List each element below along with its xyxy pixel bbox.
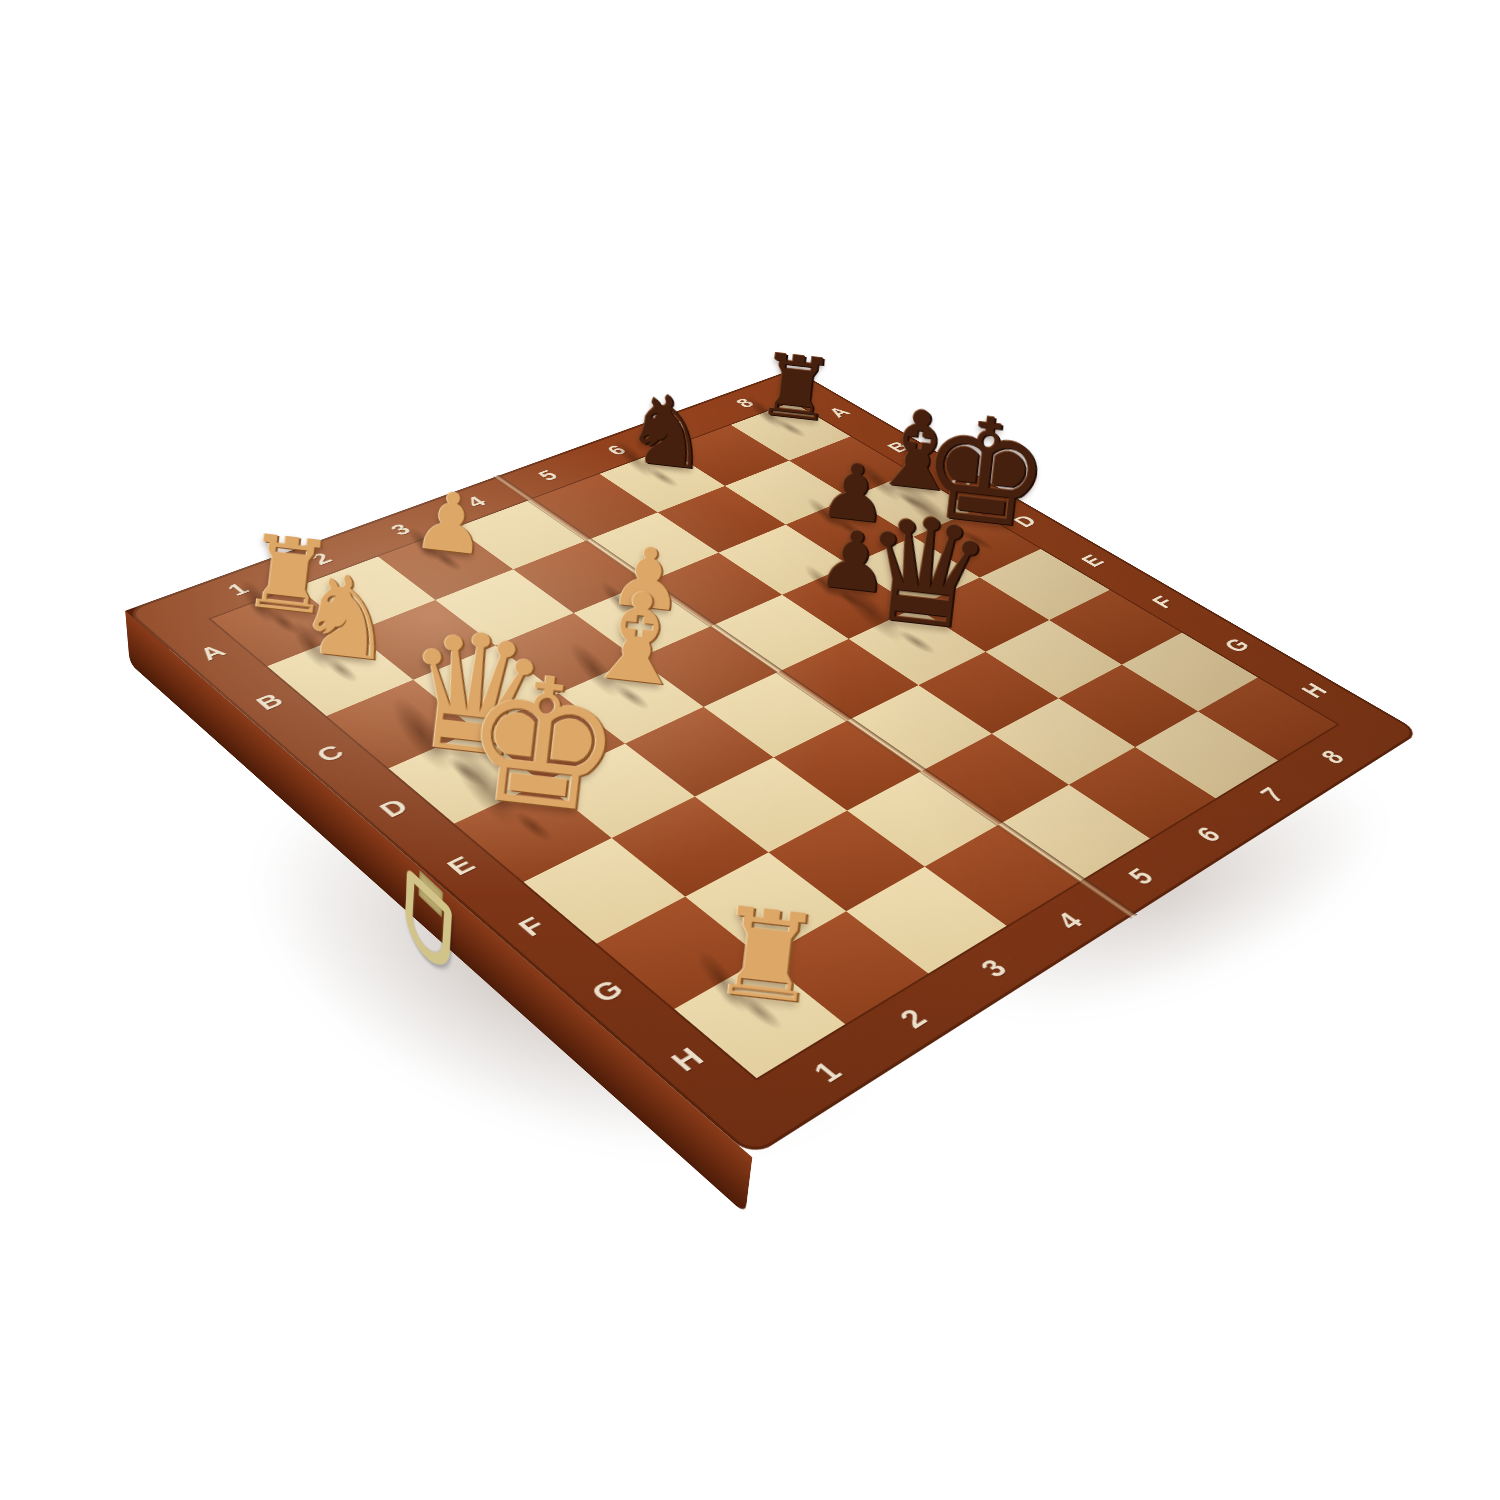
square-g5[interactable] — [921, 734, 1068, 825]
square-h6[interactable] — [1069, 747, 1216, 838]
piece-white-knight-b1[interactable]: ♞ — [285, 552, 409, 679]
square-f3[interactable] — [695, 757, 847, 852]
square-g4[interactable] — [847, 771, 999, 867]
piece-white-rook-h1[interactable]: ♜ — [700, 884, 835, 1023]
square-h3[interactable] — [846, 867, 1006, 974]
square-e4[interactable] — [704, 672, 848, 757]
chess-set-photo: AABBCCDDEEFFGGHH8877665544332211 ♜♝♚♟♞♟♛… — [0, 0, 1500, 1500]
piece-white-king-e1[interactable]: ♚ — [445, 639, 641, 841]
square-h4[interactable] — [925, 825, 1081, 926]
square-f5[interactable] — [848, 685, 992, 771]
square-e3[interactable] — [625, 707, 773, 797]
square-f4[interactable] — [774, 720, 922, 810]
square-f1[interactable] — [523, 838, 685, 944]
square-g6[interactable] — [992, 698, 1135, 784]
square-h5[interactable] — [999, 785, 1150, 881]
